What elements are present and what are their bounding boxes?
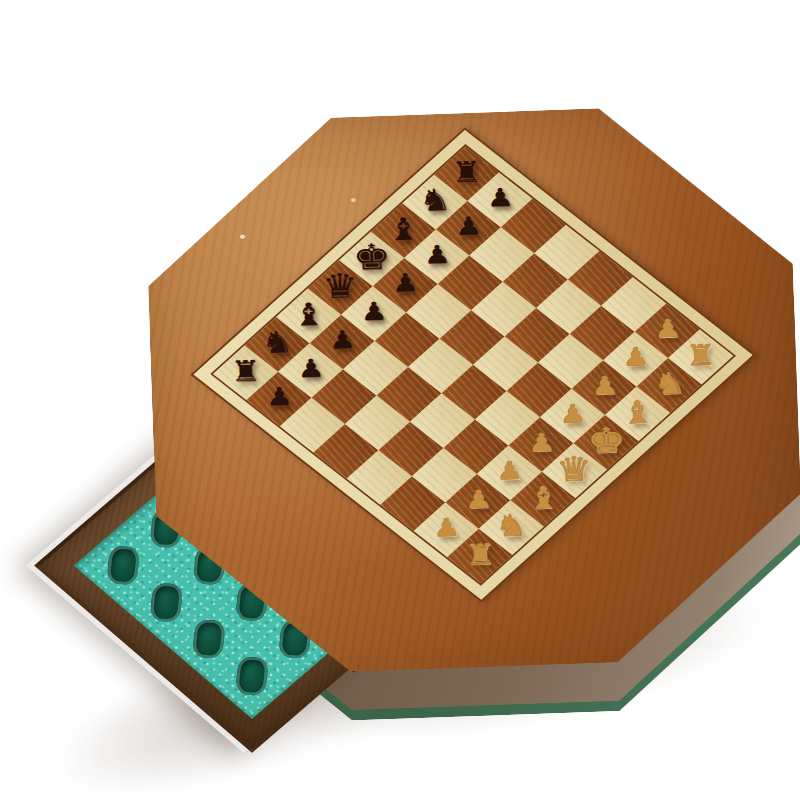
white-knight[interactable]: ♞ bbox=[652, 368, 685, 399]
black-knight[interactable]: ♞ bbox=[418, 185, 451, 216]
black-rook[interactable]: ♜ bbox=[230, 356, 261, 386]
black-pawn[interactable]: ♟ bbox=[423, 242, 451, 268]
white-pawn[interactable]: ♟ bbox=[590, 373, 618, 399]
black-pawn[interactable]: ♟ bbox=[265, 384, 293, 410]
white-pawn[interactable]: ♟ bbox=[622, 344, 650, 370]
black-pawn[interactable]: ♟ bbox=[486, 185, 514, 211]
white-pawn[interactable]: ♟ bbox=[464, 487, 492, 513]
black-pawn[interactable]: ♟ bbox=[360, 299, 388, 325]
white-pawn[interactable]: ♟ bbox=[653, 316, 681, 342]
foam-slot bbox=[192, 619, 226, 659]
white-rook[interactable]: ♜ bbox=[464, 539, 495, 569]
white-pawn[interactable]: ♟ bbox=[527, 430, 555, 456]
black-rook[interactable]: ♜ bbox=[451, 157, 482, 187]
foam-slot bbox=[235, 656, 269, 696]
black-king[interactable]: ♚ bbox=[352, 239, 391, 276]
white-rook[interactable]: ♜ bbox=[685, 340, 716, 370]
product-photo-scene: ♜♞♝♛♚♝♞♜♟♟♟♟♟♟♟♟♟♟♟♟♟♟♟♟♜♞♝♛♚♝♞♜ bbox=[0, 0, 800, 800]
foam-slot bbox=[150, 582, 184, 622]
black-bishop[interactable]: ♝ bbox=[291, 298, 325, 330]
black-pawn[interactable]: ♟ bbox=[391, 270, 419, 296]
white-pawn[interactable]: ♟ bbox=[432, 515, 460, 541]
foam-slot bbox=[107, 545, 141, 585]
black-pawn[interactable]: ♟ bbox=[328, 327, 356, 353]
black-knight[interactable]: ♞ bbox=[260, 327, 293, 358]
black-pawn[interactable]: ♟ bbox=[454, 214, 482, 240]
white-pawn[interactable]: ♟ bbox=[495, 458, 523, 484]
white-king[interactable]: ♚ bbox=[587, 422, 626, 459]
white-bishop[interactable]: ♝ bbox=[526, 481, 560, 513]
white-pawn[interactable]: ♟ bbox=[559, 401, 587, 427]
black-pawn[interactable]: ♟ bbox=[297, 356, 325, 382]
white-knight[interactable]: ♞ bbox=[495, 510, 528, 541]
black-bishop[interactable]: ♝ bbox=[386, 213, 420, 245]
white-bishop[interactable]: ♝ bbox=[620, 396, 654, 428]
